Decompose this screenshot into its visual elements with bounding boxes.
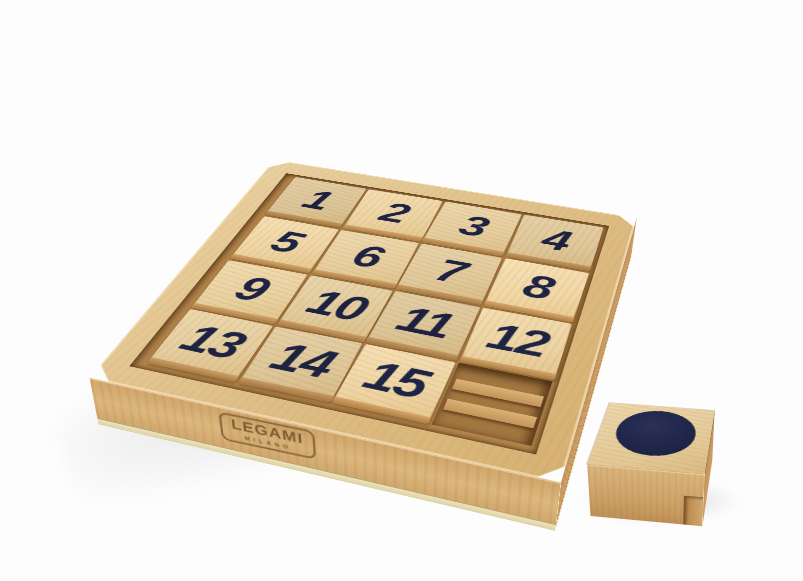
slide-lip-notch bbox=[683, 496, 703, 526]
loose-tile-top-face bbox=[587, 403, 714, 474]
loose-tile-box[interactable] bbox=[587, 403, 714, 474]
loose-tile-front-face bbox=[587, 464, 704, 526]
loose-tile[interactable] bbox=[540, 330, 780, 570]
product-photo: 123456789101112131415 LEGAMI MILANO bbox=[0, 0, 803, 581]
circle-marker bbox=[609, 408, 700, 458]
